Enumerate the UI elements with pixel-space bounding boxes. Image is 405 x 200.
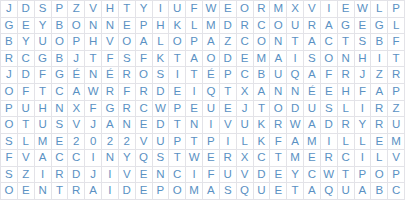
- grid-cell[interactable]: É: [102, 67, 119, 84]
- grid-cell[interactable]: W: [321, 167, 338, 184]
- grid-cell[interactable]: T: [52, 183, 69, 200]
- grid-cell[interactable]: T: [287, 183, 304, 200]
- grid-cell[interactable]: N: [186, 117, 203, 134]
- grid-cell[interactable]: F: [119, 84, 136, 101]
- grid-cell[interactable]: T: [388, 51, 405, 68]
- grid-cell[interactable]: I: [169, 67, 186, 84]
- grid-cell[interactable]: K: [153, 51, 170, 68]
- grid-cell[interactable]: L: [186, 18, 203, 35]
- grid-cell[interactable]: O: [136, 67, 153, 84]
- grid-cell[interactable]: É: [68, 67, 85, 84]
- grid-cell[interactable]: E: [270, 167, 287, 184]
- grid-cell[interactable]: G: [371, 18, 388, 35]
- grid-cell[interactable]: C: [52, 150, 69, 167]
- grid-cell[interactable]: N: [85, 67, 102, 84]
- grid-cell[interactable]: E: [371, 134, 388, 151]
- grid-cell[interactable]: H: [102, 1, 119, 18]
- grid-cell[interactable]: L: [18, 134, 35, 151]
- grid-cell[interactable]: M: [388, 134, 405, 151]
- grid-cell[interactable]: P: [52, 1, 69, 18]
- grid-cell[interactable]: P: [220, 67, 237, 84]
- grid-cell[interactable]: A: [186, 51, 203, 68]
- grid-cell[interactable]: U: [220, 167, 237, 184]
- grid-cell[interactable]: V: [85, 1, 102, 18]
- grid-cell[interactable]: F: [388, 34, 405, 51]
- grid-cell[interactable]: É: [203, 67, 220, 84]
- grid-cell[interactable]: 2: [102, 134, 119, 151]
- grid-cell[interactable]: T: [85, 51, 102, 68]
- grid-cell[interactable]: C: [304, 167, 321, 184]
- grid-cell[interactable]: G: [1, 18, 18, 35]
- grid-cell[interactable]: M: [287, 150, 304, 167]
- grid-cell[interactable]: O: [1, 117, 18, 134]
- grid-cell[interactable]: B: [371, 34, 388, 51]
- grid-cell[interactable]: G: [52, 67, 69, 84]
- grid-cell[interactable]: F: [102, 51, 119, 68]
- grid-cell[interactable]: E: [203, 150, 220, 167]
- grid-cell[interactable]: A: [304, 183, 321, 200]
- grid-cell[interactable]: Y: [136, 1, 153, 18]
- grid-cell[interactable]: D: [18, 1, 35, 18]
- grid-cell[interactable]: D: [220, 18, 237, 35]
- grid-cell[interactable]: I: [203, 117, 220, 134]
- grid-cell[interactable]: E: [18, 183, 35, 200]
- grid-cell[interactable]: X: [287, 1, 304, 18]
- grid-cell[interactable]: P: [136, 18, 153, 35]
- grid-cell[interactable]: R: [304, 18, 321, 35]
- grid-cell[interactable]: H: [338, 84, 355, 101]
- grid-cell[interactable]: S: [355, 34, 372, 51]
- grid-cell[interactable]: E: [220, 101, 237, 118]
- grid-cell[interactable]: R: [68, 183, 85, 200]
- grid-cell[interactable]: H: [85, 34, 102, 51]
- grid-cell[interactable]: G: [35, 51, 52, 68]
- grid-cell[interactable]: É: [304, 84, 321, 101]
- grid-cell[interactable]: U: [237, 117, 254, 134]
- grid-cell[interactable]: S: [35, 1, 52, 18]
- grid-cell[interactable]: N: [52, 101, 69, 118]
- grid-cell[interactable]: R: [254, 1, 271, 18]
- grid-cell[interactable]: U: [35, 117, 52, 134]
- grid-cell[interactable]: E: [136, 117, 153, 134]
- grid-cell[interactable]: O: [1, 183, 18, 200]
- word-search-board: JDSPZVHTYIUFWEORMXVIEWLPGEYBONNEPHKLMDRC…: [0, 0, 405, 200]
- grid-cell[interactable]: N: [85, 18, 102, 35]
- grid-cell[interactable]: Z: [68, 1, 85, 18]
- grid-cell[interactable]: O: [237, 1, 254, 18]
- grid-cell[interactable]: R: [321, 150, 338, 167]
- grid-cell[interactable]: J: [1, 67, 18, 84]
- grid-cell[interactable]: D: [254, 167, 271, 184]
- grid-cell[interactable]: F: [203, 167, 220, 184]
- grid-cell[interactable]: J: [85, 167, 102, 184]
- grid-cell[interactable]: D: [119, 183, 136, 200]
- grid-cell[interactable]: T: [270, 150, 287, 167]
- grid-cell[interactable]: Q: [321, 183, 338, 200]
- grid-cell[interactable]: M: [203, 18, 220, 35]
- grid-cell[interactable]: A: [85, 183, 102, 200]
- grid-cell[interactable]: C: [321, 34, 338, 51]
- grid-cell[interactable]: X: [237, 150, 254, 167]
- grid-cell[interactable]: E: [270, 183, 287, 200]
- grid-cell[interactable]: X: [237, 84, 254, 101]
- grid-cell[interactable]: V: [102, 34, 119, 51]
- grid-cell[interactable]: U: [18, 101, 35, 118]
- grid-cell[interactable]: S: [1, 167, 18, 184]
- grid-cell[interactable]: E: [18, 18, 35, 35]
- grid-cell[interactable]: I: [186, 84, 203, 101]
- grid-cell[interactable]: A: [254, 84, 271, 101]
- grid-cell[interactable]: O: [119, 34, 136, 51]
- grid-cell[interactable]: I: [153, 1, 170, 18]
- grid-cell[interactable]: O: [52, 34, 69, 51]
- grid-cell[interactable]: O: [254, 34, 271, 51]
- grid-cell[interactable]: M: [254, 51, 271, 68]
- grid-cell[interactable]: F: [321, 67, 338, 84]
- grid-cell[interactable]: C: [237, 67, 254, 84]
- grid-cell[interactable]: R: [371, 117, 388, 134]
- grid-cell[interactable]: R: [136, 84, 153, 101]
- grid-cell[interactable]: E: [136, 167, 153, 184]
- grid-cell[interactable]: J: [355, 67, 372, 84]
- grid-cell[interactable]: T: [169, 51, 186, 68]
- grid-cell[interactable]: A: [304, 117, 321, 134]
- grid-cell[interactable]: T: [18, 117, 35, 134]
- grid-cell[interactable]: W: [186, 150, 203, 167]
- grid-cell[interactable]: R: [119, 101, 136, 118]
- grid-cell[interactable]: S: [119, 51, 136, 68]
- grid-cell[interactable]: E: [220, 1, 237, 18]
- grid-cell[interactable]: U: [270, 67, 287, 84]
- grid-cell[interactable]: A: [203, 34, 220, 51]
- grid-cell[interactable]: S: [153, 67, 170, 84]
- grid-cell[interactable]: R: [52, 167, 69, 184]
- grid-cell[interactable]: J: [85, 117, 102, 134]
- grid-cell[interactable]: R: [388, 67, 405, 84]
- grid-cell[interactable]: H: [355, 51, 372, 68]
- grid-cell[interactable]: Z: [220, 34, 237, 51]
- grid-cell[interactable]: R: [119, 67, 136, 84]
- grid-cell[interactable]: E: [169, 84, 186, 101]
- grid-cell[interactable]: K: [254, 134, 271, 151]
- grid-cell[interactable]: P: [169, 134, 186, 151]
- grid-cell[interactable]: M: [186, 183, 203, 200]
- grid-cell[interactable]: O: [270, 101, 287, 118]
- grid-cell[interactable]: L: [355, 134, 372, 151]
- grid-cell[interactable]: I: [321, 1, 338, 18]
- grid-cell[interactable]: R: [220, 150, 237, 167]
- grid-cell[interactable]: Y: [18, 34, 35, 51]
- grid-cell[interactable]: I: [220, 134, 237, 151]
- grid-cell[interactable]: B: [371, 183, 388, 200]
- grid-cell[interactable]: T: [169, 150, 186, 167]
- grid-cell[interactable]: W: [85, 84, 102, 101]
- grid-cell[interactable]: V: [136, 134, 153, 151]
- grid-cell[interactable]: O: [68, 18, 85, 35]
- grid-cell[interactable]: E: [355, 18, 372, 35]
- grid-cell[interactable]: Q: [287, 67, 304, 84]
- grid-cell[interactable]: Z: [371, 67, 388, 84]
- grid-cell[interactable]: C: [68, 150, 85, 167]
- grid-cell[interactable]: K: [169, 18, 186, 35]
- grid-cell[interactable]: R: [1, 51, 18, 68]
- grid-cell[interactable]: E: [304, 150, 321, 167]
- grid-cell[interactable]: T: [254, 101, 271, 118]
- grid-cell[interactable]: I: [102, 167, 119, 184]
- grid-cell[interactable]: P: [153, 183, 170, 200]
- grid-cell[interactable]: W: [203, 1, 220, 18]
- grid-cell[interactable]: A: [68, 84, 85, 101]
- grid-cell[interactable]: R: [371, 101, 388, 118]
- grid-cell[interactable]: C: [169, 167, 186, 184]
- grid-cell[interactable]: A: [371, 84, 388, 101]
- grid-cell[interactable]: P: [203, 134, 220, 151]
- grid-cell[interactable]: S: [321, 101, 338, 118]
- grid-cell[interactable]: U: [35, 34, 52, 51]
- grid-cell[interactable]: B: [52, 18, 69, 35]
- grid-cell[interactable]: Z: [388, 101, 405, 118]
- grid-cell[interactable]: H: [153, 18, 170, 35]
- grid-cell[interactable]: D: [287, 101, 304, 118]
- grid-cell[interactable]: P: [186, 34, 203, 51]
- grid-cell[interactable]: O: [203, 51, 220, 68]
- grid-cell[interactable]: V: [388, 150, 405, 167]
- grid-cell[interactable]: S: [304, 51, 321, 68]
- grid-cell[interactable]: P: [388, 84, 405, 101]
- grid-cell[interactable]: N: [102, 18, 119, 35]
- grid-cell[interactable]: O: [371, 167, 388, 184]
- grid-cell[interactable]: C: [338, 150, 355, 167]
- grid-cell[interactable]: S: [153, 150, 170, 167]
- grid-cell[interactable]: F: [355, 84, 372, 101]
- grid-cell[interactable]: W: [153, 101, 170, 118]
- grid-cell[interactable]: A: [203, 183, 220, 200]
- grid-cell[interactable]: O: [169, 34, 186, 51]
- grid-cell[interactable]: I: [287, 51, 304, 68]
- grid-cell[interactable]: F: [186, 1, 203, 18]
- grid-cell[interactable]: N: [287, 84, 304, 101]
- grid-cell[interactable]: U: [388, 117, 405, 134]
- grid-cell[interactable]: A: [102, 117, 119, 134]
- grid-cell[interactable]: N: [270, 34, 287, 51]
- grid-cell[interactable]: U: [304, 101, 321, 118]
- grid-cell[interactable]: Q: [237, 183, 254, 200]
- grid-cell[interactable]: A: [136, 34, 153, 51]
- grid-cell[interactable]: F: [136, 51, 153, 68]
- grid-cell[interactable]: R: [237, 18, 254, 35]
- grid-cell[interactable]: Q: [136, 150, 153, 167]
- grid-cell[interactable]: M: [35, 134, 52, 151]
- grid-cell[interactable]: P: [1, 101, 18, 118]
- grid-cell[interactable]: L: [388, 18, 405, 35]
- grid-cell[interactable]: 2: [68, 134, 85, 151]
- grid-cell[interactable]: J: [68, 51, 85, 68]
- grid-cell[interactable]: W: [287, 117, 304, 134]
- grid-cell[interactable]: N: [338, 51, 355, 68]
- grid-cell[interactable]: B: [254, 67, 271, 84]
- grid-cell[interactable]: I: [371, 51, 388, 68]
- grid-cell[interactable]: L: [338, 101, 355, 118]
- grid-cell[interactable]: Y: [119, 150, 136, 167]
- grid-cell[interactable]: F: [270, 134, 287, 151]
- grid-cell[interactable]: J: [1, 1, 18, 18]
- grid-cell[interactable]: L: [371, 150, 388, 167]
- grid-cell[interactable]: V: [220, 117, 237, 134]
- grid-cell[interactable]: E: [136, 183, 153, 200]
- grid-cell[interactable]: R: [338, 117, 355, 134]
- grid-cell[interactable]: E: [52, 134, 69, 151]
- grid-cell[interactable]: E: [186, 101, 203, 118]
- grid-cell[interactable]: V: [119, 167, 136, 184]
- grid-cell[interactable]: U: [287, 18, 304, 35]
- grid-cell[interactable]: E: [119, 18, 136, 35]
- grid-cell[interactable]: A: [35, 150, 52, 167]
- grid-cell[interactable]: W: [355, 1, 372, 18]
- grid-cell[interactable]: E: [321, 84, 338, 101]
- grid-cell[interactable]: A: [287, 134, 304, 151]
- grid-cell[interactable]: U: [338, 183, 355, 200]
- grid-cell[interactable]: R: [270, 117, 287, 134]
- grid-cell[interactable]: I: [102, 183, 119, 200]
- grid-cell[interactable]: N: [35, 183, 52, 200]
- grid-cell[interactable]: 0: [85, 134, 102, 151]
- grid-cell[interactable]: P: [388, 1, 405, 18]
- grid-cell[interactable]: V: [18, 150, 35, 167]
- grid-cell[interactable]: C: [18, 51, 35, 68]
- grid-cell[interactable]: M: [304, 134, 321, 151]
- grid-cell[interactable]: H: [35, 101, 52, 118]
- grid-cell[interactable]: T: [287, 34, 304, 51]
- grid-cell[interactable]: I: [35, 167, 52, 184]
- grid-cell[interactable]: I: [85, 150, 102, 167]
- grid-cell[interactable]: O: [1, 84, 18, 101]
- grid-cell[interactable]: I: [321, 134, 338, 151]
- grid-cell[interactable]: Y: [287, 167, 304, 184]
- grid-cell[interactable]: A: [321, 18, 338, 35]
- grid-cell[interactable]: V: [68, 117, 85, 134]
- grid-cell[interactable]: D: [18, 67, 35, 84]
- grid-cell[interactable]: K: [254, 117, 271, 134]
- grid-cell[interactable]: D: [220, 51, 237, 68]
- grid-cell[interactable]: N: [102, 150, 119, 167]
- grid-cell[interactable]: D: [153, 117, 170, 134]
- grid-cell[interactable]: A: [355, 183, 372, 200]
- grid-cell[interactable]: T: [169, 117, 186, 134]
- grid-cell[interactable]: P: [169, 101, 186, 118]
- grid-cell[interactable]: L: [153, 34, 170, 51]
- grid-cell[interactable]: A: [304, 67, 321, 84]
- grid-cell[interactable]: 2: [119, 134, 136, 151]
- grid-cell[interactable]: D: [321, 117, 338, 134]
- grid-cell[interactable]: F: [85, 101, 102, 118]
- grid-cell[interactable]: P: [355, 167, 372, 184]
- grid-cell[interactable]: T: [119, 1, 136, 18]
- grid-cell[interactable]: X: [68, 101, 85, 118]
- grid-cell[interactable]: B: [1, 34, 18, 51]
- grid-cell[interactable]: Z: [18, 167, 35, 184]
- grid-cell[interactable]: S: [1, 134, 18, 151]
- grid-cell[interactable]: Q: [203, 84, 220, 101]
- grid-cell[interactable]: D: [153, 84, 170, 101]
- grid-cell[interactable]: O: [270, 18, 287, 35]
- grid-cell[interactable]: B: [52, 51, 69, 68]
- grid-cell[interactable]: I: [355, 101, 372, 118]
- grid-cell[interactable]: F: [18, 84, 35, 101]
- grid-cell[interactable]: T: [220, 84, 237, 101]
- grid-cell[interactable]: T: [338, 34, 355, 51]
- grid-cell[interactable]: U: [153, 134, 170, 151]
- grid-cell[interactable]: C: [254, 18, 271, 35]
- grid-cell[interactable]: A: [270, 51, 287, 68]
- grid-cell[interactable]: S: [220, 183, 237, 200]
- grid-cell[interactable]: T: [186, 67, 203, 84]
- grid-cell[interactable]: I: [186, 167, 203, 184]
- grid-cell[interactable]: I: [355, 150, 372, 167]
- grid-cell[interactable]: P: [388, 167, 405, 184]
- grid-cell[interactable]: G: [338, 18, 355, 35]
- grid-cell[interactable]: C: [52, 84, 69, 101]
- grid-cell[interactable]: U: [169, 1, 186, 18]
- grid-cell[interactable]: V: [304, 1, 321, 18]
- grid-cell[interactable]: U: [203, 101, 220, 118]
- grid-cell[interactable]: E: [338, 1, 355, 18]
- grid-cell[interactable]: F: [35, 67, 52, 84]
- grid-cell[interactable]: P: [68, 34, 85, 51]
- grid-cell[interactable]: V: [237, 167, 254, 184]
- grid-cell[interactable]: U: [254, 183, 271, 200]
- grid-cell[interactable]: R: [338, 67, 355, 84]
- grid-cell[interactable]: M: [270, 1, 287, 18]
- grid-cell[interactable]: Y: [35, 18, 52, 35]
- grid-cell[interactable]: O: [321, 51, 338, 68]
- grid-cell[interactable]: S: [52, 117, 69, 134]
- grid-cell[interactable]: R: [102, 84, 119, 101]
- grid-cell[interactable]: C: [136, 101, 153, 118]
- grid-cell[interactable]: T: [338, 167, 355, 184]
- grid-cell[interactable]: E: [237, 51, 254, 68]
- grid-cell[interactable]: L: [237, 134, 254, 151]
- grid-cell[interactable]: N: [153, 167, 170, 184]
- grid-cell[interactable]: C: [254, 150, 271, 167]
- grid-cell[interactable]: N: [270, 84, 287, 101]
- grid-cell[interactable]: L: [371, 1, 388, 18]
- grid-cell[interactable]: C: [388, 183, 405, 200]
- grid-cell[interactable]: L: [338, 134, 355, 151]
- grid-cell[interactable]: A: [304, 34, 321, 51]
- grid-cell[interactable]: N: [119, 117, 136, 134]
- grid-cell[interactable]: F: [1, 150, 18, 167]
- grid-cell[interactable]: D: [68, 167, 85, 184]
- grid-cell[interactable]: O: [169, 183, 186, 200]
- grid-cell[interactable]: Y: [355, 117, 372, 134]
- grid-cell[interactable]: G: [102, 101, 119, 118]
- grid-cell[interactable]: T: [35, 84, 52, 101]
- grid-cell[interactable]: J: [237, 101, 254, 118]
- grid-cell[interactable]: T: [186, 134, 203, 151]
- grid-cell[interactable]: C: [237, 34, 254, 51]
